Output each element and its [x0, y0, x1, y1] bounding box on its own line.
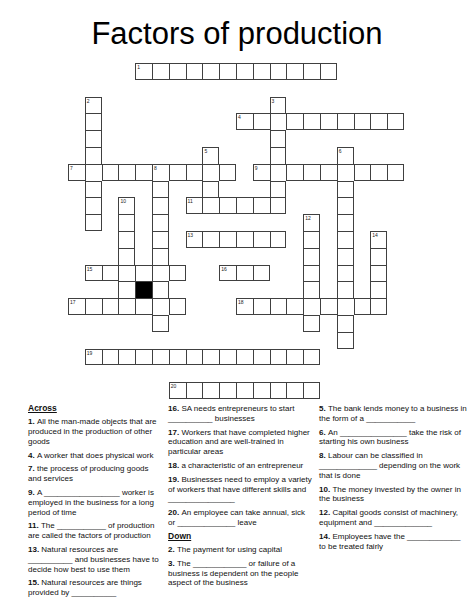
grid-cell[interactable] [370, 298, 387, 315]
puzzle-title: Factors of production [0, 16, 474, 52]
grid-cell[interactable] [102, 164, 119, 181]
grid-cell[interactable] [85, 181, 102, 198]
grid-cell[interactable] [337, 164, 354, 181]
clue-across-7: 7. the process of producing goods and se… [28, 464, 162, 484]
grid-cell[interactable] [236, 197, 253, 214]
grid-cell[interactable] [135, 349, 152, 366]
grid-cell[interactable] [303, 349, 320, 366]
clue-number-label: 13. [28, 545, 41, 554]
cell-clue-number: 16 [221, 266, 227, 272]
grid-cell[interactable] [303, 298, 320, 315]
grid-cell[interactable] [236, 63, 253, 80]
grid-cell[interactable] [85, 130, 102, 147]
clue-across-13: 13. Natural resources are __________ and… [28, 545, 162, 574]
grid-cell[interactable] [370, 248, 387, 265]
grid-cell[interactable] [253, 382, 270, 399]
grid-cell[interactable] [102, 265, 119, 282]
cell-clue-number: 11 [188, 198, 193, 204]
clue-down-2: 2. The payment for using capital [168, 545, 313, 555]
grid-cell[interactable] [85, 113, 102, 130]
cell-clue-number: 6 [339, 148, 342, 154]
grid-cell[interactable] [202, 63, 219, 80]
grid-cell[interactable] [102, 298, 119, 315]
grid-cell[interactable] [270, 63, 287, 80]
grid-cell[interactable] [354, 113, 371, 130]
grid-cell[interactable] [253, 63, 270, 80]
grid-cell[interactable] [286, 63, 303, 80]
page: { "game": "crossword", "title": "Factors… [0, 0, 474, 613]
grid-cell[interactable] [186, 63, 203, 80]
clue-number-label: 3. [168, 559, 177, 568]
clue-number-label: 19. [168, 475, 181, 484]
clue-number-label: 20. [168, 508, 181, 517]
grid-cell[interactable] [118, 265, 135, 282]
grid-cell[interactable] [169, 164, 186, 181]
clue-number-label: 11. [28, 521, 41, 530]
grid-cell[interactable] [286, 382, 303, 399]
grid-cell[interactable] [337, 214, 354, 231]
grid-cell[interactable] [253, 197, 270, 214]
grid-cell[interactable]: 11 [186, 197, 203, 214]
grid-cell[interactable] [152, 181, 169, 198]
clue-number-label: 16. [168, 404, 181, 413]
grid-cell[interactable] [303, 281, 320, 298]
grid-cell[interactable] [186, 349, 203, 366]
grid-cell[interactable]: 4 [236, 113, 253, 130]
grid-cell[interactable]: 16 [219, 265, 236, 282]
grid-cell[interactable]: 5 [202, 147, 219, 164]
grid-cell[interactable] [85, 214, 102, 231]
grid-cell[interactable] [286, 164, 303, 181]
grid-cell[interactable] [354, 164, 371, 181]
grid-cell[interactable] [270, 181, 287, 198]
grid-cell[interactable] [135, 298, 152, 315]
cell-clue-number: 3 [272, 98, 275, 104]
grid-cell[interactable] [320, 298, 337, 315]
clue-number-label: 10. [319, 485, 332, 494]
grid-cell[interactable] [236, 265, 253, 282]
grid-cell[interactable] [219, 164, 236, 181]
grid-cell[interactable] [370, 164, 387, 181]
grid-cell[interactable] [286, 298, 303, 315]
grid-cell[interactable] [253, 298, 270, 315]
clue-number-label: 5. [319, 404, 328, 413]
grid-cell[interactable] [118, 214, 135, 231]
grid-cell[interactable] [337, 231, 354, 248]
grid-cell[interactable] [85, 197, 102, 214]
grid-cell[interactable] [169, 349, 186, 366]
grid-cell[interactable] [270, 147, 287, 164]
grid-cell[interactable] [236, 231, 253, 248]
cell-clue-number: 1 [137, 64, 140, 70]
grid-cell[interactable] [85, 147, 102, 164]
clue-column-2: 16. SA needs entrepreneurs to start ____… [168, 404, 313, 602]
grid-cell[interactable]: 20 [169, 382, 186, 399]
grid-cell[interactable] [270, 197, 287, 214]
grid-cell[interactable] [270, 231, 287, 248]
grid-cell[interactable] [270, 349, 287, 366]
grid-cell[interactable] [152, 315, 169, 332]
grid-cell[interactable]: 19 [85, 349, 102, 366]
grid-cell[interactable] [370, 265, 387, 282]
grid-cell[interactable] [169, 298, 186, 315]
crossword-board: 1234567891011121314151617181920 [68, 63, 404, 399]
grid-cell[interactable] [303, 231, 320, 248]
grid-cell[interactable] [202, 164, 219, 181]
grid-cell[interactable]: 17 [68, 298, 85, 315]
grid-cell[interactable] [118, 349, 135, 366]
grid-cell[interactable] [253, 113, 270, 130]
clues-heading-across: Across [28, 404, 162, 414]
cell-clue-number: 15 [87, 266, 93, 272]
clue-number-label: 12. [319, 508, 332, 517]
clue-across-1: 1. All the man-made objects that are pro… [28, 417, 162, 446]
grid-cell[interactable] [236, 382, 253, 399]
clue-number-label: 14. [319, 532, 332, 541]
clue-down-3: 3. The ____________ or failure of a busi… [168, 559, 313, 588]
clues-heading-down: Down [168, 532, 313, 542]
grid-cell[interactable] [337, 332, 354, 349]
grid-cell[interactable] [337, 248, 354, 265]
grid-cell[interactable] [236, 349, 253, 366]
grid-cell[interactable] [270, 164, 287, 181]
clue-across-9: 9. A _________________ worker is employe… [28, 488, 162, 517]
cell-clue-number: 19 [87, 350, 93, 356]
clue-down-12: 12. Capital goods consist of machinery, … [319, 508, 468, 528]
clue-number-label: 2. [168, 545, 177, 554]
grid-cell[interactable] [118, 164, 135, 181]
grid-cell[interactable] [337, 265, 354, 282]
cell-clue-number: 2 [87, 98, 90, 104]
grid-cell[interactable] [152, 231, 169, 248]
clue-column-1: Across1. All the man-made objects that a… [28, 404, 162, 602]
grid-cell[interactable] [337, 181, 354, 198]
clue-across-16: 16. SA needs entrepreneurs to start ____… [168, 404, 313, 424]
grid-cell[interactable] [370, 281, 387, 298]
clues-section: Across1. All the man-made objects that a… [28, 404, 468, 602]
grid-cell[interactable]: 12 [303, 214, 320, 231]
clue-number-label: 6. [319, 428, 328, 437]
grid-cell[interactable] [337, 113, 354, 130]
grid-cell[interactable] [152, 214, 169, 231]
grid-cell[interactable] [118, 298, 135, 315]
grid-cell[interactable] [303, 315, 320, 332]
grid-cell[interactable] [202, 382, 219, 399]
clue-across-17: 17. Workers that have completed higher e… [168, 428, 313, 457]
cell-clue-number: 18 [238, 299, 244, 305]
cell-clue-number: 9 [255, 165, 258, 171]
grid-cell[interactable] [202, 349, 219, 366]
grid-cell[interactable]: 1 [135, 63, 152, 80]
clue-number-label: 15. [28, 578, 41, 587]
clue-across-20: 20. An employee can take annual, sick or… [168, 508, 313, 528]
grid-cell[interactable]: 8 [152, 164, 169, 181]
grid-cell[interactable]: 14 [370, 231, 387, 248]
grid-cell[interactable] [337, 298, 354, 315]
grid-cell[interactable] [303, 248, 320, 265]
grid-cell[interactable]: 10 [118, 197, 135, 214]
clue-number-label: 1. [28, 417, 37, 426]
clue-across-11: 11. The ___________ of production are ca… [28, 521, 162, 541]
grid-cell[interactable] [202, 181, 219, 198]
clue-number-label: 8. [319, 451, 328, 460]
grid-cell[interactable] [219, 63, 236, 80]
grid-cell[interactable] [152, 63, 169, 80]
clue-number-label: 17. [168, 428, 181, 437]
grid-cell[interactable] [320, 113, 337, 130]
grid-cell[interactable] [118, 281, 135, 298]
grid-cell[interactable] [135, 265, 152, 282]
clue-number-label: 4. [28, 451, 37, 460]
grid-cell[interactable] [186, 382, 203, 399]
grid-cell[interactable]: 18 [236, 298, 253, 315]
grid-cell[interactable] [303, 113, 320, 130]
grid-cell[interactable] [219, 231, 236, 248]
grid-cell[interactable] [286, 349, 303, 366]
grid-cell[interactable] [135, 164, 152, 181]
grid-cell[interactable] [152, 298, 169, 315]
grid-cell[interactable] [118, 231, 135, 248]
clue-across-15: 15. Natural resources are things provide… [28, 578, 162, 598]
grid-cell[interactable] [387, 113, 404, 130]
grid-cell[interactable] [152, 349, 169, 366]
grid-cell[interactable] [303, 265, 320, 282]
grid-cell[interactable]: 13 [186, 231, 203, 248]
grid-cell[interactable] [169, 63, 186, 80]
clue-down-10: 10. The money invested by the owner in t… [319, 485, 468, 505]
grid-cell[interactable] [286, 113, 303, 130]
grid-cell[interactable] [370, 113, 387, 130]
cell-clue-number: 7 [70, 165, 73, 171]
clue-down-8: 8. Labour can be classified in _________… [319, 451, 468, 480]
cell-clue-number: 10 [120, 198, 126, 204]
grid-cell[interactable] [387, 164, 404, 181]
grid-cell[interactable] [152, 265, 169, 282]
grid-cell[interactable] [354, 298, 371, 315]
cell-clue-number: 17 [70, 299, 76, 305]
grid-cell[interactable] [102, 349, 119, 366]
grid-cell[interactable] [253, 231, 270, 248]
cell-clue-number: 5 [204, 148, 207, 154]
clue-down-6: 6. An _______________ take the risk of s… [319, 428, 468, 448]
clue-across-18: 18. a characteristic of an entrepreneur [168, 461, 313, 471]
cell-clue-number: 20 [171, 383, 177, 389]
grid-cell[interactable] [270, 113, 287, 130]
grid-cell[interactable]: 9 [253, 164, 270, 181]
grid-cell[interactable] [152, 281, 169, 298]
grid-cell[interactable] [219, 382, 236, 399]
grid-cell[interactable] [169, 265, 186, 282]
clue-across-19: 19. Businesses need to employ a variety … [168, 475, 313, 504]
grid-cell[interactable] [152, 248, 169, 265]
grid-cell[interactable] [186, 164, 203, 181]
clue-number-label: 18. [168, 461, 181, 470]
grid-cell[interactable]: 3 [270, 97, 287, 114]
grid-cell[interactable] [85, 298, 102, 315]
clue-number-label: 7. [28, 464, 37, 473]
grid-cell[interactable] [219, 349, 236, 366]
grid-cell[interactable] [337, 281, 354, 298]
grid-cell[interactable] [152, 197, 169, 214]
clue-across-4: 4. A worker that does physical work [28, 451, 162, 461]
grid-cell[interactable] [303, 164, 320, 181]
black-cell [135, 281, 152, 298]
clue-number-label: 9. [28, 488, 37, 497]
grid-cell[interactable] [303, 382, 320, 399]
grid-cell[interactable] [320, 63, 337, 80]
clue-down-14: 14. Employees have the ____________ to b… [319, 532, 468, 552]
grid-cell[interactable] [270, 298, 287, 315]
grid-cell[interactable] [270, 382, 287, 399]
grid-cell[interactable] [270, 130, 287, 147]
grid-cell[interactable] [253, 349, 270, 366]
grid-cell[interactable] [337, 315, 354, 332]
grid-cell[interactable] [253, 265, 270, 282]
cell-clue-number: 8 [154, 165, 157, 171]
cell-clue-number: 12 [305, 215, 311, 221]
grid-cell[interactable] [202, 231, 219, 248]
grid-cell[interactable]: 2 [85, 97, 102, 114]
cell-clue-number: 4 [238, 114, 241, 120]
clue-down-5: 5. The bank lends money to a business in… [319, 404, 468, 424]
grid-cell[interactable]: 7 [68, 164, 85, 181]
grid-cell[interactable]: 15 [85, 265, 102, 282]
cell-clue-number: 14 [372, 232, 378, 238]
grid-cell[interactable] [118, 248, 135, 265]
grid-cell[interactable] [320, 164, 337, 181]
grid-cell[interactable] [202, 197, 219, 214]
grid-cell[interactable] [337, 197, 354, 214]
grid-cell[interactable]: 6 [337, 147, 354, 164]
grid-cell[interactable] [85, 164, 102, 181]
grid-cell[interactable] [219, 197, 236, 214]
cell-clue-number: 13 [188, 232, 194, 238]
grid-cell[interactable] [303, 63, 320, 80]
clue-column-3: 5. The bank lends money to a business in… [319, 404, 468, 602]
